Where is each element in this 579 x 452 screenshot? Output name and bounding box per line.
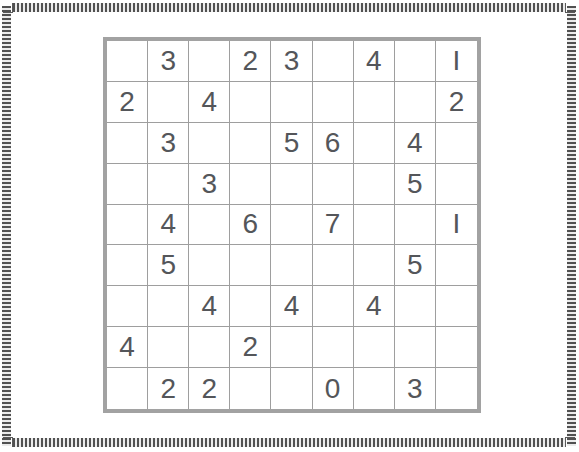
cell-r1c4[interactable]: 2 xyxy=(230,41,271,82)
cell-r5c9[interactable]: I xyxy=(436,205,477,246)
cell-r5c6[interactable]: 7 xyxy=(313,205,354,246)
cell-r3c9[interactable] xyxy=(436,123,477,164)
cell-r4c8[interactable]: 5 xyxy=(395,164,436,205)
cell-r6c8[interactable]: 5 xyxy=(395,245,436,286)
cell-r8c3[interactable] xyxy=(189,327,230,368)
cell-r7c5[interactable]: 4 xyxy=(271,286,312,327)
frame-left-ticks xyxy=(2,6,11,446)
cell-r2c8[interactable] xyxy=(395,82,436,123)
cell-r2c9[interactable]: 2 xyxy=(436,82,477,123)
cell-r3c1[interactable] xyxy=(107,123,148,164)
cell-r8c8[interactable] xyxy=(395,327,436,368)
cell-r2c6[interactable] xyxy=(313,82,354,123)
cell-r5c3[interactable] xyxy=(189,205,230,246)
cell-r9c8[interactable]: 3 xyxy=(395,368,436,409)
cell-r2c1[interactable]: 2 xyxy=(107,82,148,123)
cell-r6c7[interactable] xyxy=(354,245,395,286)
cell-r3c5[interactable]: 5 xyxy=(271,123,312,164)
cell-r1c8[interactable] xyxy=(395,41,436,82)
cell-r6c6[interactable] xyxy=(313,245,354,286)
cell-r5c2[interactable]: 4 xyxy=(148,205,189,246)
cell-r7c2[interactable] xyxy=(148,286,189,327)
cell-r6c2[interactable]: 5 xyxy=(148,245,189,286)
cell-r4c4[interactable] xyxy=(230,164,271,205)
cell-r9c1[interactable] xyxy=(107,368,148,409)
cell-r9c4[interactable] xyxy=(230,368,271,409)
cell-r8c7[interactable] xyxy=(354,327,395,368)
cell-r5c7[interactable] xyxy=(354,205,395,246)
cell-r6c4[interactable] xyxy=(230,245,271,286)
cell-r3c8[interactable]: 4 xyxy=(395,123,436,164)
cell-r4c1[interactable] xyxy=(107,164,148,205)
cell-r2c5[interactable] xyxy=(271,82,312,123)
cell-r1c9[interactable]: I xyxy=(436,41,477,82)
cell-r8c5[interactable] xyxy=(271,327,312,368)
cell-r4c6[interactable] xyxy=(313,164,354,205)
cell-r7c7[interactable]: 4 xyxy=(354,286,395,327)
puzzle-board: 3234I242356435467I55444422203 xyxy=(103,37,481,413)
cell-r7c1[interactable] xyxy=(107,286,148,327)
cell-r3c6[interactable]: 6 xyxy=(313,123,354,164)
puzzle-page: 3234I242356435467I55444422203 xyxy=(0,0,579,452)
cell-r4c2[interactable] xyxy=(148,164,189,205)
cell-r5c5[interactable] xyxy=(271,205,312,246)
frame-corner-bottom-right xyxy=(565,437,575,447)
cell-r4c5[interactable] xyxy=(271,164,312,205)
cell-r8c9[interactable] xyxy=(436,327,477,368)
cell-r3c2[interactable]: 3 xyxy=(148,123,189,164)
cell-r6c3[interactable] xyxy=(189,245,230,286)
cell-r9c2[interactable]: 2 xyxy=(148,368,189,409)
cell-r9c3[interactable]: 2 xyxy=(189,368,230,409)
cell-r1c7[interactable]: 4 xyxy=(354,41,395,82)
cell-r3c7[interactable] xyxy=(354,123,395,164)
cell-r4c3[interactable]: 3 xyxy=(189,164,230,205)
cell-r9c5[interactable] xyxy=(271,368,312,409)
cell-r3c3[interactable] xyxy=(189,123,230,164)
frame-corner-top-right xyxy=(565,3,575,13)
cell-r8c4[interactable]: 2 xyxy=(230,327,271,368)
frame-bottom-ticks xyxy=(13,438,566,447)
cell-r7c4[interactable] xyxy=(230,286,271,327)
frame-right-ticks xyxy=(567,6,576,446)
cell-r1c2[interactable]: 3 xyxy=(148,41,189,82)
cell-r5c4[interactable]: 6 xyxy=(230,205,271,246)
cell-r8c1[interactable]: 4 xyxy=(107,327,148,368)
cell-r6c1[interactable] xyxy=(107,245,148,286)
cell-r1c1[interactable] xyxy=(107,41,148,82)
cell-r5c8[interactable] xyxy=(395,205,436,246)
cell-r4c7[interactable] xyxy=(354,164,395,205)
cell-r6c5[interactable] xyxy=(271,245,312,286)
frame-corner-bottom-left xyxy=(3,437,13,447)
cell-r9c9[interactable] xyxy=(436,368,477,409)
cell-r1c5[interactable]: 3 xyxy=(271,41,312,82)
cell-r2c4[interactable] xyxy=(230,82,271,123)
cell-r2c2[interactable] xyxy=(148,82,189,123)
cell-r2c7[interactable] xyxy=(354,82,395,123)
frame-corner-top-left xyxy=(3,3,13,13)
cell-r8c2[interactable] xyxy=(148,327,189,368)
cell-r9c7[interactable] xyxy=(354,368,395,409)
cell-r4c9[interactable] xyxy=(436,164,477,205)
cell-r1c6[interactable] xyxy=(313,41,354,82)
cell-r7c9[interactable] xyxy=(436,286,477,327)
frame-top-ticks xyxy=(13,3,566,12)
cell-r7c6[interactable] xyxy=(313,286,354,327)
cell-r2c3[interactable]: 4 xyxy=(189,82,230,123)
cell-r6c9[interactable] xyxy=(436,245,477,286)
cell-r1c3[interactable] xyxy=(189,41,230,82)
cell-r8c6[interactable] xyxy=(313,327,354,368)
cell-r7c3[interactable]: 4 xyxy=(189,286,230,327)
cell-r9c6[interactable]: 0 xyxy=(313,368,354,409)
cell-r7c8[interactable] xyxy=(395,286,436,327)
cell-r3c4[interactable] xyxy=(230,123,271,164)
cell-r5c1[interactable] xyxy=(107,205,148,246)
